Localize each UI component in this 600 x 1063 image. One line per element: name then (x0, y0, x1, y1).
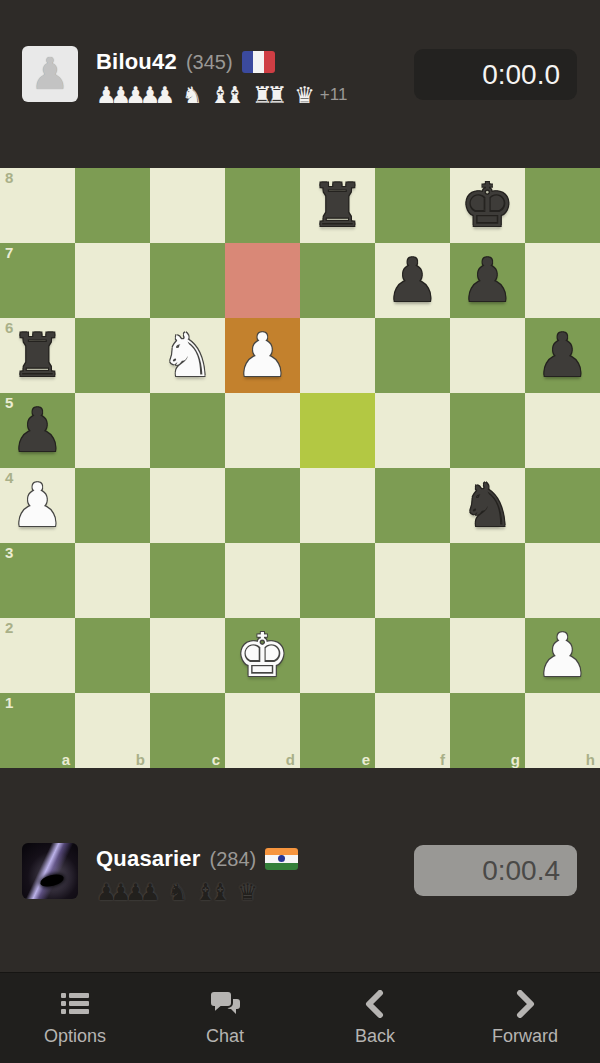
white-pawn-avatar-icon: ♟ (30, 46, 69, 102)
square-a6[interactable]: 6♜ (0, 318, 75, 393)
options-label: Options (44, 1026, 106, 1047)
square-c1[interactable]: c (150, 693, 225, 768)
square-e3[interactable] (300, 543, 375, 618)
rank-label-4: 4 (5, 469, 13, 486)
black-pawn: ♟ (536, 318, 590, 393)
square-e6[interactable] (300, 318, 375, 393)
square-a7[interactable]: 7 (0, 243, 75, 318)
square-g8[interactable]: ♚ (450, 168, 525, 243)
india-flag-icon (265, 848, 298, 870)
square-d8[interactable] (225, 168, 300, 243)
back-label: Back (355, 1026, 395, 1047)
file-label-e: e (362, 751, 370, 768)
square-h2[interactable]: ♟ (525, 618, 600, 693)
top-player-captured-pieces: ♟♟♟♟♟♞♝♝♜♜♛+11 (96, 82, 408, 108)
square-g6[interactable] (450, 318, 525, 393)
rank-label-6: 6 (5, 319, 13, 336)
square-a2[interactable]: 2 (0, 618, 75, 693)
square-f6[interactable] (375, 318, 450, 393)
file-label-a: a (62, 751, 70, 768)
square-g7[interactable]: ♟ (450, 243, 525, 318)
square-d2[interactable]: ♚ (225, 618, 300, 693)
square-b1[interactable]: b (75, 693, 150, 768)
rank-label-5: 5 (5, 394, 13, 411)
square-c3[interactable] (150, 543, 225, 618)
white-pawn: ♟ (11, 468, 65, 543)
square-c6[interactable]: ♞ (150, 318, 225, 393)
chess-board[interactable]: 8♜♚7♟♟6♜♞♟♟5♟4♟♞32♚♟1abcdefgh (0, 168, 600, 768)
chat-button[interactable]: Chat (150, 973, 300, 1063)
chevron-left-icon (363, 989, 387, 1019)
top-player-rating: (345) (186, 51, 233, 74)
square-h3[interactable] (525, 543, 600, 618)
square-g1[interactable]: g (450, 693, 525, 768)
top-player-avatar[interactable]: ♟ (22, 46, 78, 102)
top-player-clock: 0:00.0 (414, 49, 577, 100)
file-label-f: f (440, 751, 445, 768)
captured-queen-group: ♛ (294, 82, 309, 108)
square-d3[interactable] (225, 543, 300, 618)
forward-button[interactable]: Forward (450, 973, 600, 1063)
square-c5[interactable] (150, 393, 225, 468)
square-f5[interactable] (375, 393, 450, 468)
square-a1[interactable]: 1a (0, 693, 75, 768)
square-h8[interactable] (525, 168, 600, 243)
bottom-player-name[interactable]: Quasarier (96, 846, 201, 872)
square-f7[interactable]: ♟ (375, 243, 450, 318)
square-d1[interactable]: d (225, 693, 300, 768)
file-label-b: b (136, 751, 145, 768)
square-d5[interactable] (225, 393, 300, 468)
square-c4[interactable] (150, 468, 225, 543)
white-pawn: ♟ (536, 618, 590, 693)
chat-label: Chat (206, 1026, 244, 1047)
square-e8[interactable]: ♜ (300, 168, 375, 243)
square-h7[interactable] (525, 243, 600, 318)
square-b8[interactable] (75, 168, 150, 243)
square-b2[interactable] (75, 618, 150, 693)
square-c8[interactable] (150, 168, 225, 243)
white-knight: ♞ (161, 318, 215, 393)
square-c2[interactable] (150, 618, 225, 693)
black-knight: ♞ (461, 468, 515, 543)
captured-bishop-group: ♝♝ (195, 879, 224, 905)
square-d7[interactable] (225, 243, 300, 318)
bottom-player-avatar[interactable] (22, 843, 78, 899)
square-a5[interactable]: 5♟ (0, 393, 75, 468)
options-button[interactable]: Options (0, 973, 150, 1063)
material-advantage: +11 (320, 85, 348, 105)
black-pawn: ♟ (386, 243, 440, 318)
square-g2[interactable] (450, 618, 525, 693)
white-king: ♚ (236, 618, 290, 693)
bottom-player-rating: (284) (210, 848, 257, 871)
black-pawn: ♟ (11, 393, 65, 468)
white-pawn: ♟ (236, 318, 290, 393)
file-label-g: g (511, 751, 520, 768)
top-player-info: Bilou42 (345) ♟♟♟♟♟♞♝♝♜♜♛+11 (96, 46, 408, 108)
square-e7[interactable] (300, 243, 375, 318)
black-rook: ♜ (311, 168, 365, 243)
chess-game-screen: ♟ Bilou42 (345) ♟♟♟♟♟♞♝♝♜♜♛+11 0:00.0 8♜… (0, 0, 600, 1063)
square-g4[interactable]: ♞ (450, 468, 525, 543)
top-player-name[interactable]: Bilou42 (96, 49, 177, 75)
square-e5[interactable] (300, 393, 375, 468)
chat-bubbles-icon (209, 989, 241, 1019)
square-f2[interactable] (375, 618, 450, 693)
captured-pawn-group: ♟♟♟♟♟ (96, 82, 169, 108)
captured-rook-group: ♜♜ (252, 82, 281, 108)
square-b4[interactable] (75, 468, 150, 543)
bottom-player-clock: 0:00.4 (414, 845, 577, 896)
square-e2[interactable] (300, 618, 375, 693)
square-a8[interactable]: 8 (0, 168, 75, 243)
bottom-player-info: Quasarier (284) ♟♟♟♟♞♝♝♛ (96, 843, 408, 905)
square-e4[interactable] (300, 468, 375, 543)
rank-label-1: 1 (5, 694, 13, 711)
square-h5[interactable] (525, 393, 600, 468)
square-b7[interactable] (75, 243, 150, 318)
back-button[interactable]: Back (300, 973, 450, 1063)
black-king: ♚ (461, 168, 515, 243)
black-pawn: ♟ (461, 243, 515, 318)
square-f4[interactable] (375, 468, 450, 543)
square-b3[interactable] (75, 543, 150, 618)
captured-knight-group: ♞ (182, 82, 197, 108)
captured-bishop-group: ♝♝ (210, 82, 239, 108)
square-a4[interactable]: 4♟ (0, 468, 75, 543)
rank-label-2: 2 (5, 619, 13, 636)
square-c7[interactable] (150, 243, 225, 318)
square-f1[interactable]: f (375, 693, 450, 768)
square-f8[interactable] (375, 168, 450, 243)
bottom-nav-bar: Options Chat Back (0, 972, 600, 1063)
square-h6[interactable]: ♟ (525, 318, 600, 393)
file-label-d: d (286, 751, 295, 768)
rank-label-8: 8 (5, 169, 13, 186)
square-f3[interactable] (375, 543, 450, 618)
square-a3[interactable]: 3 (0, 543, 75, 618)
square-b5[interactable] (75, 393, 150, 468)
square-b6[interactable] (75, 318, 150, 393)
square-d6[interactable]: ♟ (225, 318, 300, 393)
square-h4[interactable] (525, 468, 600, 543)
chevron-right-icon (513, 989, 537, 1019)
rank-label-7: 7 (5, 244, 13, 261)
file-label-c: c (212, 751, 220, 768)
black-rook: ♜ (11, 318, 65, 393)
file-label-h: h (586, 751, 595, 768)
captured-knight-group: ♞ (167, 879, 182, 905)
square-h1[interactable]: h (525, 693, 600, 768)
square-g3[interactable] (450, 543, 525, 618)
rank-label-3: 3 (5, 544, 13, 561)
square-g5[interactable] (450, 393, 525, 468)
bottom-player-captured-pieces: ♟♟♟♟♞♝♝♛ (96, 879, 408, 905)
france-flag-icon (242, 51, 275, 73)
forward-label: Forward (492, 1026, 558, 1047)
options-list-icon (61, 989, 89, 1019)
captured-queen-group: ♛ (237, 879, 252, 905)
captured-pawn-group: ♟♟♟♟ (96, 879, 154, 905)
square-e1[interactable]: e (300, 693, 375, 768)
square-d4[interactable] (225, 468, 300, 543)
